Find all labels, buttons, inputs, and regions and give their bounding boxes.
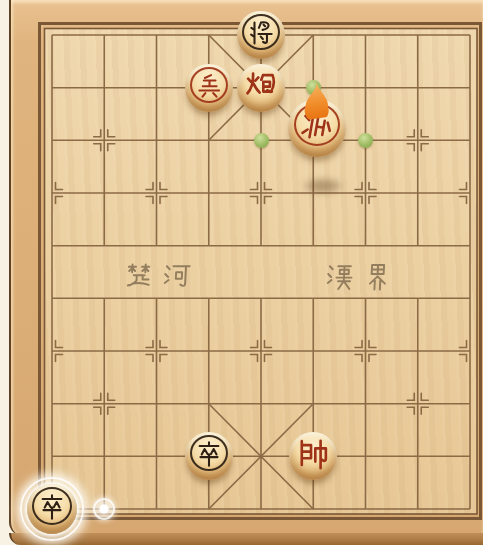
- piece-red-general[interactable]: [289, 432, 337, 480]
- last-move-glow-ring: [20, 477, 84, 541]
- last-move-origin-dot: [93, 498, 115, 520]
- selected-piece-shadow: [303, 178, 343, 194]
- legal-move-dot[interactable]: [358, 133, 373, 148]
- piece-character-帥: [297, 438, 330, 471]
- xiangqi-app: xiangqi: [0, 0, 483, 545]
- piece-character-卒: [39, 494, 65, 520]
- piece-black-soldier[interactable]: [185, 432, 233, 480]
- piece-character-炮: [245, 69, 278, 102]
- piece-red-soldier[interactable]: [288, 99, 346, 157]
- piece-character-卒: [196, 441, 222, 467]
- piece-character-將: [248, 20, 274, 46]
- piece-red-cannon[interactable]: [237, 64, 285, 112]
- piece-character-兵: [299, 107, 336, 144]
- xiangqi-board[interactable]: [26, 9, 483, 536]
- piece-black-soldier[interactable]: [27, 484, 77, 534]
- legal-move-dot[interactable]: [254, 133, 269, 148]
- piece-red-soldier[interactable]: [185, 64, 233, 112]
- legal-move-dot[interactable]: [306, 80, 321, 95]
- piece-character-兵: [196, 73, 222, 99]
- piece-black-general[interactable]: [237, 11, 285, 59]
- origin-dot-core: [100, 504, 109, 513]
